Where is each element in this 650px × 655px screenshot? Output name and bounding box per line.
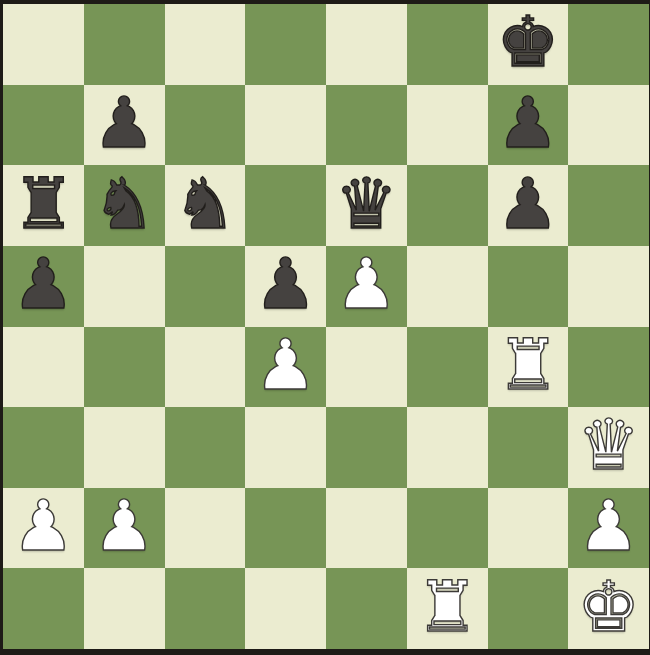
square-b6[interactable]: ♞ — [84, 165, 165, 246]
square-e8[interactable] — [326, 4, 407, 85]
square-b1[interactable] — [84, 568, 165, 649]
square-e4[interactable] — [326, 327, 407, 408]
square-f4[interactable] — [407, 327, 488, 408]
square-e7[interactable] — [326, 85, 407, 166]
square-f3[interactable] — [407, 407, 488, 488]
square-d5[interactable]: ♟ — [245, 246, 326, 327]
square-a3[interactable] — [3, 407, 84, 488]
square-a7[interactable] — [3, 85, 84, 166]
piece-black-knight-c6[interactable]: ♞ — [173, 169, 236, 239]
square-g4[interactable]: ♜ — [488, 327, 569, 408]
piece-black-king-g8[interactable]: ♚ — [496, 7, 559, 77]
square-h8[interactable] — [568, 4, 649, 85]
square-f1[interactable]: ♜ — [407, 568, 488, 649]
board-frame: ♚♟♟♜♞♞♛♟♟♟♟♟♜♛♟♟♟♜♚ — [0, 0, 650, 655]
square-h7[interactable] — [568, 85, 649, 166]
square-b5[interactable] — [84, 246, 165, 327]
square-d1[interactable] — [245, 568, 326, 649]
square-c7[interactable] — [165, 85, 246, 166]
square-b8[interactable] — [84, 4, 165, 85]
piece-black-knight-b6[interactable]: ♞ — [93, 169, 156, 239]
square-c6[interactable]: ♞ — [165, 165, 246, 246]
square-e5[interactable]: ♟ — [326, 246, 407, 327]
square-c2[interactable] — [165, 488, 246, 569]
piece-white-rook-f1[interactable]: ♜ — [416, 572, 479, 642]
square-h2[interactable]: ♟ — [568, 488, 649, 569]
square-e1[interactable] — [326, 568, 407, 649]
square-g3[interactable] — [488, 407, 569, 488]
square-h1[interactable]: ♚ — [568, 568, 649, 649]
piece-black-pawn-g7[interactable]: ♟ — [496, 88, 559, 158]
square-g6[interactable]: ♟ — [488, 165, 569, 246]
square-f6[interactable] — [407, 165, 488, 246]
square-f5[interactable] — [407, 246, 488, 327]
square-f8[interactable] — [407, 4, 488, 85]
piece-white-pawn-e5[interactable]: ♟ — [335, 249, 398, 319]
piece-white-queen-h3[interactable]: ♛ — [577, 410, 640, 480]
square-g7[interactable]: ♟ — [488, 85, 569, 166]
piece-black-pawn-b7[interactable]: ♟ — [93, 88, 156, 158]
square-c5[interactable] — [165, 246, 246, 327]
piece-black-pawn-g6[interactable]: ♟ — [496, 169, 559, 239]
chess-board: ♚♟♟♜♞♞♛♟♟♟♟♟♜♛♟♟♟♜♚ — [3, 4, 649, 649]
square-g2[interactable] — [488, 488, 569, 569]
piece-white-pawn-h2[interactable]: ♟ — [577, 491, 640, 561]
square-g5[interactable] — [488, 246, 569, 327]
square-e6[interactable]: ♛ — [326, 165, 407, 246]
square-b3[interactable] — [84, 407, 165, 488]
piece-black-queen-e6[interactable]: ♛ — [335, 169, 398, 239]
square-d7[interactable] — [245, 85, 326, 166]
square-g1[interactable] — [488, 568, 569, 649]
square-d8[interactable] — [245, 4, 326, 85]
square-f2[interactable] — [407, 488, 488, 569]
square-c8[interactable] — [165, 4, 246, 85]
piece-white-pawn-d4[interactable]: ♟ — [254, 330, 317, 400]
piece-black-pawn-d5[interactable]: ♟ — [254, 249, 317, 319]
square-f7[interactable] — [407, 85, 488, 166]
square-a2[interactable]: ♟ — [3, 488, 84, 569]
square-a1[interactable] — [3, 568, 84, 649]
square-d2[interactable] — [245, 488, 326, 569]
square-b7[interactable]: ♟ — [84, 85, 165, 166]
square-h5[interactable] — [568, 246, 649, 327]
piece-white-king-h1[interactable]: ♚ — [577, 572, 640, 642]
square-c3[interactable] — [165, 407, 246, 488]
square-h6[interactable] — [568, 165, 649, 246]
square-h3[interactable]: ♛ — [568, 407, 649, 488]
square-e3[interactable] — [326, 407, 407, 488]
square-g8[interactable]: ♚ — [488, 4, 569, 85]
piece-white-pawn-b2[interactable]: ♟ — [93, 491, 156, 561]
square-h4[interactable] — [568, 327, 649, 408]
piece-black-pawn-a5[interactable]: ♟ — [12, 249, 75, 319]
square-b4[interactable] — [84, 327, 165, 408]
square-b2[interactable]: ♟ — [84, 488, 165, 569]
square-e2[interactable] — [326, 488, 407, 569]
square-d3[interactable] — [245, 407, 326, 488]
square-c1[interactable] — [165, 568, 246, 649]
square-c4[interactable] — [165, 327, 246, 408]
piece-black-rook-a6[interactable]: ♜ — [12, 169, 75, 239]
square-d6[interactable] — [245, 165, 326, 246]
square-a6[interactable]: ♜ — [3, 165, 84, 246]
piece-white-rook-g4[interactable]: ♜ — [496, 330, 559, 400]
square-a8[interactable] — [3, 4, 84, 85]
square-a5[interactable]: ♟ — [3, 246, 84, 327]
square-d4[interactable]: ♟ — [245, 327, 326, 408]
square-a4[interactable] — [3, 327, 84, 408]
piece-white-pawn-a2[interactable]: ♟ — [12, 491, 75, 561]
